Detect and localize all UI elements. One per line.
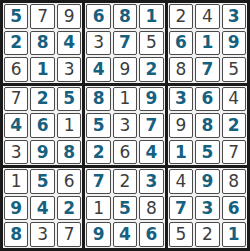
cell-r8c2[interactable]: 4 [30,196,54,221]
cell-r2c9[interactable]: 9 [222,31,246,56]
cell-r7c4[interactable]: 7 [86,169,110,194]
cell-r5c7[interactable]: 9 [169,113,193,138]
cell-r1c3[interactable]: 9 [57,4,81,29]
sudoku-board: 5792846136813754922436198757254613988195… [0,0,250,251]
cell-r7c2[interactable]: 5 [30,169,54,194]
cell-r3c9[interactable]: 5 [222,57,246,82]
cell-r3c6[interactable]: 2 [139,57,163,82]
cell-r2c2[interactable]: 8 [30,31,54,56]
box-1-2: 681375492 [85,3,164,83]
box-1-3: 243619875 [168,3,247,83]
cell-r6c4[interactable]: 2 [86,140,110,165]
cell-r4c8[interactable]: 6 [195,87,219,112]
box-3-3: 498736521 [168,168,247,248]
cell-r5c4[interactable]: 5 [86,113,110,138]
cell-r1c7[interactable]: 2 [169,4,193,29]
cell-r4c4[interactable]: 8 [86,87,110,112]
cell-r5c1[interactable]: 4 [4,113,28,138]
cell-r8c9[interactable]: 6 [222,196,246,221]
box-2-2: 819537264 [85,86,164,166]
box-1-1: 579284613 [3,3,82,83]
cell-r5c9[interactable]: 2 [222,113,246,138]
cell-r6c1[interactable]: 3 [4,140,28,165]
cell-r9c2[interactable]: 3 [30,222,54,247]
cell-r6c7[interactable]: 1 [169,140,193,165]
cell-r3c7[interactable]: 8 [169,57,193,82]
cell-r4c5[interactable]: 1 [113,87,137,112]
cell-r1c5[interactable]: 8 [113,4,137,29]
cell-r1c1[interactable]: 5 [4,4,28,29]
cell-r3c3[interactable]: 3 [57,57,81,82]
cell-r4c1[interactable]: 7 [4,87,28,112]
cell-r7c3[interactable]: 6 [57,169,81,194]
cell-r8c6[interactable]: 8 [139,196,163,221]
cell-r5c8[interactable]: 8 [195,113,219,138]
cell-r8c1[interactable]: 9 [4,196,28,221]
cell-r1c8[interactable]: 4 [195,4,219,29]
cell-r6c2[interactable]: 9 [30,140,54,165]
cell-r9c7[interactable]: 5 [169,222,193,247]
cell-r9c8[interactable]: 2 [195,222,219,247]
cell-r2c4[interactable]: 3 [86,31,110,56]
cell-r2c6[interactable]: 5 [139,31,163,56]
box-2-3: 364982157 [168,86,247,166]
cell-r6c9[interactable]: 7 [222,140,246,165]
cell-r4c3[interactable]: 5 [57,87,81,112]
cell-r8c3[interactable]: 2 [57,196,81,221]
box-3-2: 723158946 [85,168,164,248]
cell-r5c5[interactable]: 3 [113,113,137,138]
cell-r1c9[interactable]: 3 [222,4,246,29]
cell-r6c5[interactable]: 6 [113,140,137,165]
cell-r7c9[interactable]: 8 [222,169,246,194]
cell-r4c6[interactable]: 9 [139,87,163,112]
cell-r7c8[interactable]: 9 [195,169,219,194]
cell-r7c6[interactable]: 3 [139,169,163,194]
cell-r3c8[interactable]: 7 [195,57,219,82]
cell-r7c7[interactable]: 4 [169,169,193,194]
cell-r1c4[interactable]: 6 [86,4,110,29]
cell-r2c3[interactable]: 4 [57,31,81,56]
cell-r8c4[interactable]: 1 [86,196,110,221]
cell-r9c1[interactable]: 8 [4,222,28,247]
cell-r9c5[interactable]: 4 [113,222,137,247]
cell-r4c7[interactable]: 3 [169,87,193,112]
cell-r5c3[interactable]: 1 [57,113,81,138]
cell-r5c6[interactable]: 7 [139,113,163,138]
cell-r9c3[interactable]: 7 [57,222,81,247]
cell-r2c8[interactable]: 1 [195,31,219,56]
cell-r5c2[interactable]: 6 [30,113,54,138]
cell-r8c7[interactable]: 7 [169,196,193,221]
cell-r9c6[interactable]: 6 [139,222,163,247]
cell-r9c9[interactable]: 1 [222,222,246,247]
cell-r4c9[interactable]: 4 [222,87,246,112]
cell-r7c1[interactable]: 1 [4,169,28,194]
cell-r6c3[interactable]: 8 [57,140,81,165]
cell-r9c4[interactable]: 9 [86,222,110,247]
cell-r2c5[interactable]: 7 [113,31,137,56]
box-2-1: 725461398 [3,86,82,166]
cell-r2c1[interactable]: 2 [4,31,28,56]
cell-r6c8[interactable]: 5 [195,140,219,165]
cell-r3c4[interactable]: 4 [86,57,110,82]
cell-r1c2[interactable]: 7 [30,4,54,29]
cell-r1c6[interactable]: 1 [139,4,163,29]
box-3-1: 156942837 [3,168,82,248]
cell-r3c1[interactable]: 6 [4,57,28,82]
cell-r3c5[interactable]: 9 [113,57,137,82]
cell-r2c7[interactable]: 6 [169,31,193,56]
cell-r7c5[interactable]: 2 [113,169,137,194]
cell-r3c2[interactable]: 1 [30,57,54,82]
cell-r8c8[interactable]: 3 [195,196,219,221]
cell-r4c2[interactable]: 2 [30,87,54,112]
cell-r8c5[interactable]: 5 [113,196,137,221]
cell-r6c6[interactable]: 4 [139,140,163,165]
